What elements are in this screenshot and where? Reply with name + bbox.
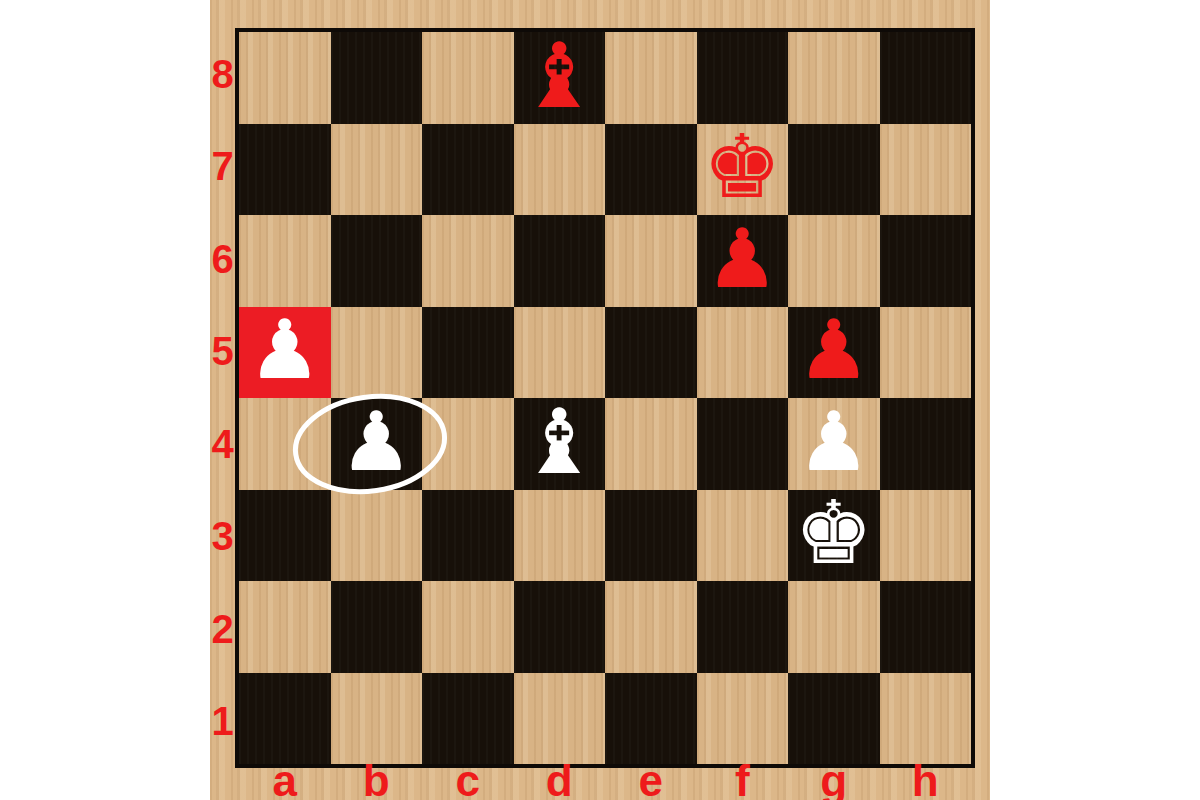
square-h5 <box>880 307 972 399</box>
square-d6 <box>514 215 606 307</box>
square-a4 <box>239 398 331 490</box>
square-h6 <box>880 215 972 307</box>
square-h8 <box>880 32 972 124</box>
rank-label-7: 7 <box>210 121 235 214</box>
rank-label-8: 8 <box>210 28 235 121</box>
square-e7 <box>605 124 697 216</box>
square-c5 <box>422 307 514 399</box>
red-king-f7: ♚ <box>703 123 782 211</box>
rank-labels: 87654321 <box>210 28 235 768</box>
file-label-g: g <box>788 758 880 800</box>
square-f6: ♟ <box>697 215 789 307</box>
square-g4: ♟ <box>788 398 880 490</box>
square-c1 <box>422 673 514 765</box>
square-a3 <box>239 490 331 582</box>
square-b1 <box>331 673 423 765</box>
file-label-b: b <box>331 758 423 800</box>
square-b8 <box>331 32 423 124</box>
square-c6 <box>422 215 514 307</box>
square-d3 <box>514 490 606 582</box>
square-d5 <box>514 307 606 399</box>
file-labels: abcdefgh <box>239 758 971 800</box>
square-b7 <box>331 124 423 216</box>
red-pawn-f6: ♟ <box>705 218 779 300</box>
square-a1 <box>239 673 331 765</box>
rank-label-4: 4 <box>210 398 235 491</box>
square-a5: ♟ <box>239 307 331 399</box>
white-bishop-d4: ♝ <box>519 397 600 487</box>
white-king-g3: ♚ <box>794 489 873 577</box>
white-pawn-g4: ♟ <box>797 401 871 483</box>
page: 87654321 ♝♚♟♟♟♟♝♟♚ abcdefgh <box>0 0 1200 800</box>
rank-label-3: 3 <box>210 491 235 584</box>
square-e1 <box>605 673 697 765</box>
square-h7 <box>880 124 972 216</box>
square-a2 <box>239 581 331 673</box>
square-c8 <box>422 32 514 124</box>
chess-board: ♝♚♟♟♟♟♝♟♚ <box>235 28 975 768</box>
square-a8 <box>239 32 331 124</box>
square-f8 <box>697 32 789 124</box>
square-a6 <box>239 215 331 307</box>
square-c2 <box>422 581 514 673</box>
white-pawn-a5: ♟ <box>248 309 322 391</box>
square-b6 <box>331 215 423 307</box>
square-d8: ♝ <box>514 32 606 124</box>
square-e4 <box>605 398 697 490</box>
square-c4 <box>422 398 514 490</box>
square-g6 <box>788 215 880 307</box>
file-label-h: h <box>880 758 972 800</box>
red-pawn-g5: ♟ <box>797 309 871 391</box>
square-f3 <box>697 490 789 582</box>
square-g7 <box>788 124 880 216</box>
square-g1 <box>788 673 880 765</box>
square-b3 <box>331 490 423 582</box>
square-e6 <box>605 215 697 307</box>
square-c7 <box>422 124 514 216</box>
square-e2 <box>605 581 697 673</box>
file-label-d: d <box>514 758 606 800</box>
square-d2 <box>514 581 606 673</box>
rank-label-1: 1 <box>210 676 235 769</box>
white-pawn-b4: ♟ <box>339 401 413 483</box>
file-label-f: f <box>697 758 789 800</box>
square-h3 <box>880 490 972 582</box>
square-h1 <box>880 673 972 765</box>
square-b2 <box>331 581 423 673</box>
square-g8 <box>788 32 880 124</box>
square-h2 <box>880 581 972 673</box>
square-f7: ♚ <box>697 124 789 216</box>
square-b4: ♟ <box>331 398 423 490</box>
square-d1 <box>514 673 606 765</box>
board-photo: 87654321 ♝♚♟♟♟♟♝♟♚ abcdefgh <box>210 0 990 800</box>
square-d4: ♝ <box>514 398 606 490</box>
square-e3 <box>605 490 697 582</box>
rank-label-5: 5 <box>210 306 235 399</box>
square-a7 <box>239 124 331 216</box>
file-label-c: c <box>422 758 514 800</box>
square-c3 <box>422 490 514 582</box>
square-d7 <box>514 124 606 216</box>
square-e8 <box>605 32 697 124</box>
file-label-e: e <box>605 758 697 800</box>
square-g2 <box>788 581 880 673</box>
red-bishop-d8: ♝ <box>519 31 600 121</box>
square-f1 <box>697 673 789 765</box>
rank-label-2: 2 <box>210 583 235 676</box>
square-g3: ♚ <box>788 490 880 582</box>
square-g5: ♟ <box>788 307 880 399</box>
file-label-a: a <box>239 758 331 800</box>
square-f5 <box>697 307 789 399</box>
square-e5 <box>605 307 697 399</box>
square-b5 <box>331 307 423 399</box>
square-f2 <box>697 581 789 673</box>
square-f4 <box>697 398 789 490</box>
rank-label-6: 6 <box>210 213 235 306</box>
square-h4 <box>880 398 972 490</box>
